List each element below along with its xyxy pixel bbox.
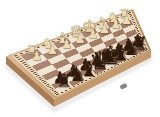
piece-white-pawn-d2: ♟: [75, 33, 86, 45]
piece-white-pawn-h2: ♟: [121, 14, 132, 26]
piece-white-pawn-a2: ♟: [32, 50, 43, 62]
piece-white-pawn-c2: ♟: [61, 38, 72, 50]
piece-black-rook-h8: ♜: [131, 35, 148, 53]
piece-white-pawn-e2: ♟: [87, 27, 98, 39]
piece-white-pawn-b2: ♟: [47, 44, 58, 56]
piece-white-pawn-f2: ♟: [99, 23, 110, 35]
chess-set-photo: ♜♞♝♛♚♝♞♜♟♟♟♟♟♟♟♟♟♟♟♟♟♟♟♟♜♞♝♛♚♝♞♜: [0, 0, 160, 117]
piece-white-pawn-g2: ♟: [111, 18, 122, 30]
pieces-layer: ♜♞♝♛♚♝♞♜♟♟♟♟♟♟♟♟♟♟♟♟♟♟♟♟♜♞♝♛♚♝♞♜: [0, 0, 160, 117]
